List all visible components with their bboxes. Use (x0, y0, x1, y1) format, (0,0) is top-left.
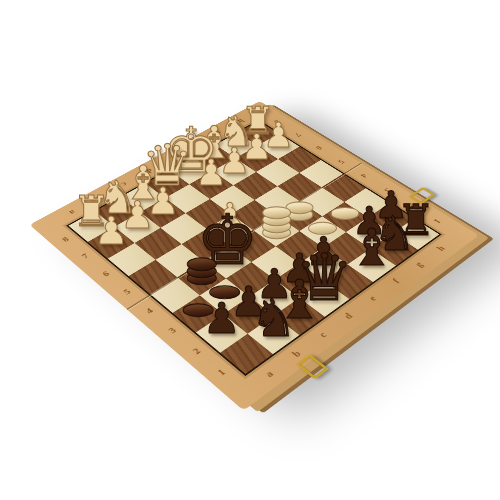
chess-board: abcdefgh abcdefgh 87654321 87654321 (29, 101, 479, 411)
board-frame: abcdefgh abcdefgh 87654321 87654321 (29, 101, 479, 411)
product-photo: abcdefgh abcdefgh 87654321 87654321 ♜♞♝♛… (0, 0, 500, 500)
board-grid (66, 120, 442, 376)
